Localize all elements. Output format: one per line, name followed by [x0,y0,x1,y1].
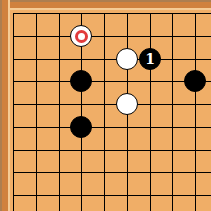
black-stone [70,116,92,138]
red-circle-mark [75,30,88,43]
grid-line-horizontal [13,150,211,151]
grid-line-vertical [36,13,37,211]
grid-line-vertical [59,13,60,211]
grid-line-horizontal [13,195,211,196]
grid-line-vertical [172,13,173,211]
black-stone [70,70,92,92]
grid-line-horizontal [13,172,211,173]
grid-line-horizontal [13,59,211,60]
grid-line-vertical [195,13,196,211]
board-frame-top-edge [0,0,211,10]
grid-line-vertical [104,13,105,211]
grid-line-horizontal [13,36,211,37]
grid-line-horizontal [13,13,211,14]
grid-line-vertical [13,13,14,211]
white-stone [116,48,138,70]
white-stone [116,93,138,115]
black-stone [184,70,206,92]
move-number-label: 1 [145,52,155,66]
black-stone: 1 [139,48,161,70]
go-board-diagram: 1 [0,0,211,211]
grid-line-vertical [150,13,151,211]
white-stone [70,25,92,47]
grid-line-horizontal [13,81,211,82]
board-frame-left-edge [0,0,10,211]
grid-line-horizontal [13,127,211,128]
grid-line-horizontal [13,104,211,105]
